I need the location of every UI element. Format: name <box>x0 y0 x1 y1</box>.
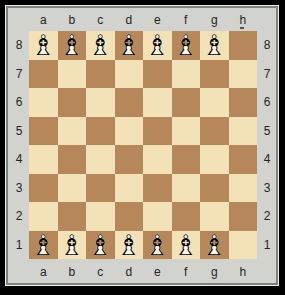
square-h5[interactable] <box>229 117 258 146</box>
board-grid: abcdefgh8♝♗♝♗♝♗♝♗♝♗♝♗♝♗87766554433221♝♗♝… <box>9 9 277 284</box>
rank-label-1-left: 1 <box>9 231 29 260</box>
square-c1[interactable]: ♝♗ <box>86 231 115 260</box>
rank-label-7-right: 7 <box>257 60 277 89</box>
file-label-f-top: f <box>172 9 201 31</box>
file-label-c-bottom: c <box>86 259 115 284</box>
square-a7[interactable] <box>29 60 58 89</box>
white-bishop: ♗ <box>115 31 144 60</box>
square-b5[interactable] <box>58 117 87 146</box>
rank-label-4-left: 4 <box>9 145 29 174</box>
rank-label-3-right: 3 <box>257 174 277 203</box>
frame-corner <box>257 259 277 284</box>
square-d7[interactable] <box>115 60 144 89</box>
white-bishop: ♗ <box>200 231 229 260</box>
file-label-d-top: d <box>115 9 144 31</box>
white-bishop: ♗ <box>172 31 201 60</box>
square-h4[interactable] <box>229 145 258 174</box>
square-f3[interactable] <box>172 174 201 203</box>
white-bishop-fill: ♝ <box>86 31 115 60</box>
rank-label-4-right: 4 <box>257 145 277 174</box>
square-e2[interactable] <box>143 202 172 231</box>
square-d4[interactable] <box>115 145 144 174</box>
rank-label-6-left: 6 <box>9 88 29 117</box>
square-a5[interactable] <box>29 117 58 146</box>
file-label-b-top: b <box>58 9 87 31</box>
square-g5[interactable] <box>200 117 229 146</box>
square-e7[interactable] <box>143 60 172 89</box>
white-bishop: ♗ <box>58 231 87 260</box>
file-label-e-bottom: e <box>143 259 172 284</box>
file-label-e-top: e <box>143 9 172 31</box>
square-f4[interactable] <box>172 145 201 174</box>
square-c7[interactable] <box>86 60 115 89</box>
white-bishop-fill: ♝ <box>172 31 201 60</box>
square-a2[interactable] <box>29 202 58 231</box>
square-f8[interactable]: ♝♗ <box>172 31 201 60</box>
square-a6[interactable] <box>29 88 58 117</box>
square-g6[interactable] <box>200 88 229 117</box>
frame-corner <box>9 9 29 31</box>
rank-label-8-right: 8 <box>257 31 277 60</box>
square-b6[interactable] <box>58 88 87 117</box>
white-bishop: ♗ <box>29 31 58 60</box>
square-g4[interactable] <box>200 145 229 174</box>
file-label-b-bottom: b <box>58 259 87 284</box>
white-bishop-fill: ♝ <box>115 31 144 60</box>
square-c8[interactable]: ♝♗ <box>86 31 115 60</box>
rank-label-1-right: 1 <box>257 231 277 260</box>
frame-corner <box>9 259 29 284</box>
square-g2[interactable] <box>200 202 229 231</box>
rank-label-5-right: 5 <box>257 117 277 146</box>
square-c2[interactable] <box>86 202 115 231</box>
square-a1[interactable]: ♝♗ <box>29 231 58 260</box>
white-bishop-fill: ♝ <box>29 231 58 260</box>
white-bishop-fill: ♝ <box>143 31 172 60</box>
square-e4[interactable] <box>143 145 172 174</box>
file-label-g-top: g <box>200 9 229 31</box>
frame-corner <box>257 9 277 31</box>
rank-label-3-left: 3 <box>9 174 29 203</box>
square-g8[interactable]: ♝♗ <box>200 31 229 60</box>
file-label-a-bottom: a <box>29 259 58 284</box>
square-h2[interactable] <box>229 202 258 231</box>
file-label-f-bottom: f <box>172 259 201 284</box>
square-d1[interactable]: ♝♗ <box>115 231 144 260</box>
square-d8[interactable]: ♝♗ <box>115 31 144 60</box>
white-bishop-fill: ♝ <box>29 31 58 60</box>
square-e3[interactable] <box>143 174 172 203</box>
square-b7[interactable] <box>58 60 87 89</box>
white-bishop-fill: ♝ <box>200 231 229 260</box>
square-h8[interactable] <box>229 31 258 60</box>
white-bishop-fill: ♝ <box>86 231 115 260</box>
square-a8[interactable]: ♝♗ <box>29 31 58 60</box>
square-b4[interactable] <box>58 145 87 174</box>
square-h1[interactable] <box>229 231 258 260</box>
rank-label-6-right: 6 <box>257 88 277 117</box>
file-label-d-bottom: d <box>115 259 144 284</box>
file-label-h-bottom: h <box>229 259 258 284</box>
square-f6[interactable] <box>172 88 201 117</box>
square-g3[interactable] <box>200 174 229 203</box>
white-bishop: ♗ <box>58 31 87 60</box>
rank-label-2-right: 2 <box>257 202 277 231</box>
white-bishop-fill: ♝ <box>143 231 172 260</box>
rank-label-2-left: 2 <box>9 202 29 231</box>
white-bishop: ♗ <box>86 31 115 60</box>
square-e5[interactable] <box>143 117 172 146</box>
rank-label-7-left: 7 <box>9 60 29 89</box>
square-b8[interactable]: ♝♗ <box>58 31 87 60</box>
file-label-c-top: c <box>86 9 115 31</box>
square-c3[interactable] <box>86 174 115 203</box>
white-bishop-fill: ♝ <box>115 231 144 260</box>
square-f1[interactable]: ♝♗ <box>172 231 201 260</box>
white-bishop-fill: ♝ <box>200 31 229 60</box>
white-bishop-fill: ♝ <box>58 231 87 260</box>
white-bishop-fill: ♝ <box>58 31 87 60</box>
square-d5[interactable] <box>115 117 144 146</box>
square-h3[interactable] <box>229 174 258 203</box>
square-f5[interactable] <box>172 117 201 146</box>
white-bishop: ♗ <box>29 231 58 260</box>
square-d2[interactable] <box>115 202 144 231</box>
square-h6[interactable] <box>229 88 258 117</box>
white-bishop: ♗ <box>115 231 144 260</box>
file-label-g-bottom: g <box>200 259 229 284</box>
square-c6[interactable] <box>86 88 115 117</box>
square-e6[interactable] <box>143 88 172 117</box>
stray-pixel-mark <box>240 27 244 29</box>
square-c4[interactable] <box>86 145 115 174</box>
square-a4[interactable] <box>29 145 58 174</box>
white-bishop: ♗ <box>143 31 172 60</box>
white-bishop: ♗ <box>143 231 172 260</box>
white-bishop-fill: ♝ <box>172 231 201 260</box>
square-d3[interactable] <box>115 174 144 203</box>
white-bishop: ♗ <box>200 31 229 60</box>
square-f7[interactable] <box>172 60 201 89</box>
square-d6[interactable] <box>115 88 144 117</box>
square-g7[interactable] <box>200 60 229 89</box>
square-c5[interactable] <box>86 117 115 146</box>
square-e8[interactable]: ♝♗ <box>143 31 172 60</box>
square-a3[interactable] <box>29 174 58 203</box>
square-e1[interactable]: ♝♗ <box>143 231 172 260</box>
square-b2[interactable] <box>58 202 87 231</box>
square-b3[interactable] <box>58 174 87 203</box>
file-label-a-top: a <box>29 9 58 31</box>
board-frame: abcdefgh8♝♗♝♗♝♗♝♗♝♗♝♗♝♗87766554433221♝♗♝… <box>5 5 279 286</box>
square-b1[interactable]: ♝♗ <box>58 231 87 260</box>
square-h7[interactable] <box>229 60 258 89</box>
chess-board-screenshot: abcdefgh8♝♗♝♗♝♗♝♗♝♗♝♗♝♗87766554433221♝♗♝… <box>0 0 285 295</box>
square-g1[interactable]: ♝♗ <box>200 231 229 260</box>
rank-label-5-left: 5 <box>9 117 29 146</box>
rank-label-8-left: 8 <box>9 31 29 60</box>
square-f2[interactable] <box>172 202 201 231</box>
white-bishop: ♗ <box>86 231 115 260</box>
white-bishop: ♗ <box>172 231 201 260</box>
